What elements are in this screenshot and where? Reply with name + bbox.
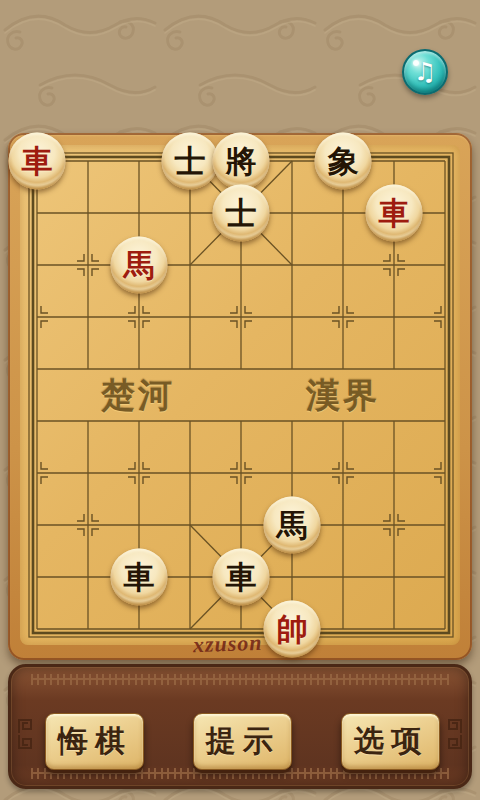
bottom-toolbar: 悔棋 提示 选项 bbox=[8, 664, 472, 789]
meander-border-top bbox=[31, 674, 449, 685]
xiangqi-board[interactable]: 楚河 漢界 xzuson 車士將象士車馬馬車車帥 bbox=[8, 133, 472, 660]
hint-button[interactable]: 提示 bbox=[193, 713, 292, 770]
scroll-ornament-right-icon bbox=[446, 717, 464, 751]
options-button[interactable]: 选项 bbox=[341, 713, 440, 770]
piece-red-horse[interactable]: 馬 bbox=[111, 237, 168, 294]
piece-black-advisor[interactable]: 士 bbox=[213, 185, 270, 242]
piece-black-horse[interactable]: 馬 bbox=[264, 497, 321, 554]
music-note-icon: ♫ bbox=[404, 57, 446, 86]
piece-red-chariot[interactable]: 車 bbox=[9, 133, 66, 190]
piece-red-chariot[interactable]: 車 bbox=[366, 185, 423, 242]
music-button[interactable]: ♫ bbox=[402, 49, 448, 95]
undo-button[interactable]: 悔棋 bbox=[45, 713, 144, 770]
sparkle-highlight bbox=[413, 60, 419, 66]
piece-black-chariot[interactable]: 車 bbox=[213, 549, 270, 606]
piece-black-chariot[interactable]: 車 bbox=[111, 549, 168, 606]
app-screen: ♫ 楚河 漢界 xzuson 車士將象士車馬馬車車帥 悔棋 提示 选项 bbox=[0, 0, 480, 800]
river-label-right: 漢界 bbox=[306, 373, 380, 419]
river-label-left: 楚河 bbox=[101, 373, 175, 419]
scroll-ornament-left-icon bbox=[16, 717, 34, 751]
piece-black-general[interactable]: 將 bbox=[213, 133, 270, 190]
piece-black-elephant[interactable]: 象 bbox=[315, 133, 372, 190]
piece-black-advisor[interactable]: 士 bbox=[162, 133, 219, 190]
piece-red-general[interactable]: 帥 bbox=[264, 601, 321, 658]
watermark: xzuson bbox=[193, 630, 263, 658]
